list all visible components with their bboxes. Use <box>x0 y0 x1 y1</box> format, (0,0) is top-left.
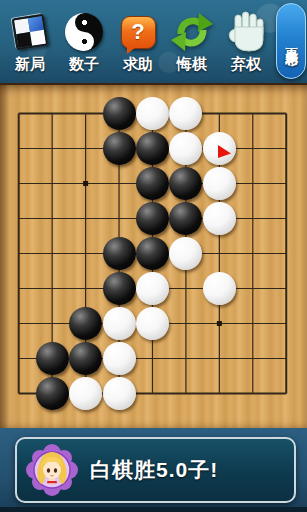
more-content-button[interactable]: 更多精彩 <box>276 3 306 79</box>
board-intersection[interactable] <box>102 96 135 131</box>
undo-icon-wrap <box>171 8 213 56</box>
board-intersection[interactable] <box>203 96 236 131</box>
board-intersection[interactable] <box>169 166 202 201</box>
avatar <box>26 444 78 496</box>
black-stone <box>36 377 69 410</box>
board-intersection[interactable] <box>35 201 68 236</box>
result-text: 白棋胜5.0子! <box>90 456 218 484</box>
pass-label: 弃权 <box>231 56 261 72</box>
board-intersection[interactable] <box>169 131 202 166</box>
black-stone <box>103 237 136 270</box>
board-intersection[interactable] <box>136 96 169 131</box>
undo-arrows-icon <box>171 11 213 53</box>
white-stone <box>169 132 202 165</box>
board-intersection[interactable] <box>136 376 169 411</box>
board-intersection[interactable] <box>270 201 303 236</box>
board-intersection[interactable] <box>270 271 303 306</box>
board-intersection[interactable] <box>35 166 68 201</box>
board-intersection[interactable] <box>236 306 269 341</box>
board-intersection[interactable] <box>270 96 303 131</box>
undo-label: 悔棋 <box>177 56 207 72</box>
help-button[interactable]: ? 求助 <box>112 2 164 72</box>
board-intersection[interactable] <box>69 131 102 166</box>
board-intersection[interactable] <box>2 166 35 201</box>
new-game-icon-wrap <box>14 8 46 56</box>
board-intersection[interactable] <box>236 236 269 271</box>
go-app-window: 新局 数子 ? 求助 <box>0 0 307 512</box>
board-intersection[interactable] <box>102 131 135 166</box>
black-stone <box>169 167 202 200</box>
board-intersection[interactable] <box>270 341 303 376</box>
board-intersection[interactable] <box>35 341 68 376</box>
board-intersection[interactable] <box>270 306 303 341</box>
board-intersection[interactable] <box>203 166 236 201</box>
board-grid <box>2 96 303 412</box>
board-intersection[interactable] <box>35 236 68 271</box>
board-intersection[interactable] <box>69 376 102 411</box>
board-intersection[interactable] <box>270 131 303 166</box>
toolbar: 新局 数子 ? 求助 <box>0 0 307 85</box>
black-stone <box>136 237 169 270</box>
board-intersection[interactable] <box>136 271 169 306</box>
help-bubble-icon: ? <box>121 16 156 49</box>
white-stone <box>203 272 236 305</box>
go-board[interactable] <box>2 96 303 412</box>
black-stone <box>69 307 102 340</box>
board-intersection[interactable] <box>35 96 68 131</box>
board-wood-panel <box>0 85 307 428</box>
yinyang-icon-wrap <box>65 8 103 56</box>
board-intersection[interactable] <box>2 201 35 236</box>
board-intersection[interactable] <box>136 236 169 271</box>
white-stone <box>203 167 236 200</box>
black-stone <box>103 132 136 165</box>
board-intersection[interactable] <box>236 376 269 411</box>
more-content-label: 更多精彩 <box>282 37 300 45</box>
black-stone <box>136 132 169 165</box>
board-intersection[interactable] <box>203 131 236 166</box>
board-intersection[interactable] <box>102 341 135 376</box>
board-intersection[interactable] <box>102 236 135 271</box>
board-intersection[interactable] <box>203 306 236 341</box>
board-intersection[interactable] <box>169 271 202 306</box>
board-intersection[interactable] <box>69 306 102 341</box>
black-stone <box>69 342 102 375</box>
black-stone <box>136 167 169 200</box>
board-intersection[interactable] <box>236 201 269 236</box>
black-stone <box>36 342 69 375</box>
black-stone <box>136 202 169 235</box>
board-intersection[interactable] <box>69 271 102 306</box>
board-intersection[interactable] <box>35 131 68 166</box>
board-intersection[interactable] <box>169 236 202 271</box>
new-game-icon <box>12 14 49 51</box>
board-intersection[interactable] <box>69 166 102 201</box>
undo-move-button[interactable]: 悔棋 <box>166 2 218 72</box>
last-move-marker <box>218 144 232 159</box>
board-intersection[interactable] <box>102 271 135 306</box>
board-intersection[interactable] <box>136 131 169 166</box>
white-stone <box>103 342 136 375</box>
board-intersection[interactable] <box>2 306 35 341</box>
board-intersection[interactable] <box>2 96 35 131</box>
toolbar-buttons: 新局 数子 ? 求助 <box>4 2 272 84</box>
board-intersection[interactable] <box>203 201 236 236</box>
white-stone <box>103 307 136 340</box>
board-intersection[interactable] <box>69 96 102 131</box>
bottom-bar: 白棋胜5.0子! <box>0 428 307 512</box>
white-stone <box>203 132 236 165</box>
board-intersection[interactable] <box>169 306 202 341</box>
board-intersection[interactable] <box>236 131 269 166</box>
board-intersection[interactable] <box>69 236 102 271</box>
board-intersection[interactable] <box>2 376 35 411</box>
white-stone <box>136 272 169 305</box>
board-intersection[interactable] <box>169 96 202 131</box>
board-intersection[interactable] <box>69 341 102 376</box>
board-intersection[interactable] <box>136 201 169 236</box>
board-intersection[interactable] <box>203 271 236 306</box>
result-dialog[interactable]: 白棋胜5.0子! <box>15 437 296 503</box>
board-intersection[interactable] <box>102 201 135 236</box>
board-intersection[interactable] <box>270 376 303 411</box>
board-intersection[interactable] <box>236 271 269 306</box>
new-game-button[interactable]: 新局 <box>4 2 56 72</box>
board-intersection[interactable] <box>270 236 303 271</box>
yinyang-icon <box>65 13 103 51</box>
board-intersection[interactable] <box>35 306 68 341</box>
black-stone <box>103 272 136 305</box>
help-label: 求助 <box>123 56 153 72</box>
pass-button[interactable]: 弃权 <box>220 2 272 72</box>
board-intersection[interactable] <box>236 341 269 376</box>
board-intersection[interactable] <box>136 306 169 341</box>
count-stones-label: 数子 <box>69 56 99 72</box>
count-stones-button[interactable]: 数子 <box>58 2 110 72</box>
board-intersection[interactable] <box>236 166 269 201</box>
pass-hand-icon <box>226 11 266 53</box>
board-intersection[interactable] <box>35 376 68 411</box>
board-intersection[interactable] <box>203 341 236 376</box>
black-stone <box>169 202 202 235</box>
board-intersection[interactable] <box>169 376 202 411</box>
white-stone <box>136 97 169 130</box>
board-intersection[interactable] <box>2 271 35 306</box>
new-game-label: 新局 <box>15 56 45 72</box>
help-icon-wrap: ? <box>121 8 156 56</box>
white-stone <box>203 202 236 235</box>
board-intersection[interactable] <box>2 341 35 376</box>
board-intersection[interactable] <box>69 201 102 236</box>
board-intersection[interactable] <box>102 306 135 341</box>
board-intersection[interactable] <box>169 201 202 236</box>
board-intersection[interactable] <box>102 166 135 201</box>
board-intersection[interactable] <box>2 236 35 271</box>
white-stone <box>136 307 169 340</box>
board-intersection[interactable] <box>2 131 35 166</box>
question-mark-glyph: ? <box>131 19 144 45</box>
black-stone <box>103 97 136 130</box>
white-stone <box>103 377 136 410</box>
board-intersection[interactable] <box>35 271 68 306</box>
white-stone <box>169 97 202 130</box>
board-intersection[interactable] <box>169 341 202 376</box>
board-intersection[interactable] <box>136 166 169 201</box>
board-intersection[interactable] <box>136 341 169 376</box>
board-intersection[interactable] <box>203 376 236 411</box>
pass-icon-wrap <box>226 8 266 56</box>
board-intersection[interactable] <box>203 236 236 271</box>
board-intersection[interactable] <box>102 376 135 411</box>
board-intersection[interactable] <box>236 96 269 131</box>
white-stone <box>169 237 202 270</box>
board-intersection[interactable] <box>270 166 303 201</box>
white-stone <box>69 377 102 410</box>
